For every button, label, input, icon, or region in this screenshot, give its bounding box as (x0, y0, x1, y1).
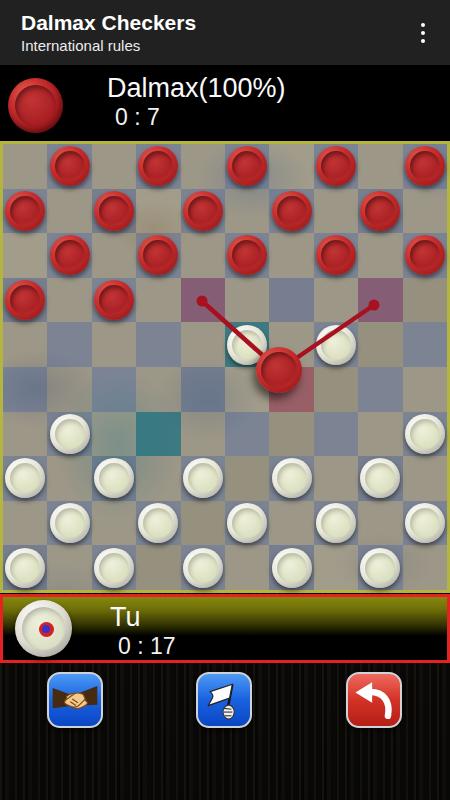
board-cell (181, 501, 225, 546)
player-clock-top: 0 : 7 (107, 104, 286, 131)
board-cell (314, 545, 358, 590)
white-piece[interactable] (405, 414, 445, 454)
board-cell[interactable] (181, 456, 225, 501)
board-cell (92, 412, 136, 457)
board-cell (136, 367, 180, 412)
board-cell (181, 144, 225, 189)
board-cell (314, 278, 358, 323)
player-name-bottom: Tu (110, 602, 176, 633)
board-cell[interactable] (225, 144, 269, 189)
white-flag-icon (198, 674, 250, 726)
board-cell (92, 322, 136, 367)
red-piece[interactable] (94, 191, 134, 231)
board-cell[interactable] (47, 233, 91, 278)
board-cell[interactable] (136, 233, 180, 278)
board-cell[interactable] (314, 144, 358, 189)
board-cell (3, 412, 47, 457)
white-piece[interactable] (360, 458, 400, 498)
white-piece[interactable] (183, 458, 223, 498)
white-piece[interactable] (316, 325, 356, 365)
board-cell (358, 501, 402, 546)
resign-button[interactable] (196, 672, 252, 728)
red-piece[interactable] (360, 191, 400, 231)
board-cell[interactable] (3, 278, 47, 323)
board-cell[interactable] (269, 545, 313, 590)
red-piece[interactable] (5, 191, 45, 231)
red-piece[interactable] (5, 280, 45, 320)
board-cell (3, 233, 47, 278)
board-cell[interactable] (358, 189, 402, 234)
undo-arrow-icon (348, 674, 400, 726)
red-player-icon (8, 78, 63, 133)
board-cell (225, 278, 269, 323)
red-piece[interactable] (183, 191, 223, 231)
board-cell (136, 278, 180, 323)
board-cell (225, 545, 269, 590)
moving-red-piece[interactable] (256, 347, 302, 393)
board-cell[interactable] (181, 189, 225, 234)
white-piece[interactable] (5, 548, 45, 588)
player-name-top: Dalmax(100%) (107, 73, 286, 104)
board-cell (47, 189, 91, 234)
board-cell (269, 144, 313, 189)
checkers-board (0, 141, 450, 593)
handshake-icon (49, 674, 101, 726)
board-cell (3, 501, 47, 546)
red-piece[interactable] (316, 235, 356, 275)
white-piece[interactable] (50, 503, 90, 543)
board-cell[interactable] (136, 144, 180, 189)
board-cell[interactable] (136, 501, 180, 546)
red-piece[interactable] (272, 191, 312, 231)
board-cell (3, 144, 47, 189)
board-cell[interactable] (225, 501, 269, 546)
white-piece[interactable] (272, 548, 312, 588)
board-cell[interactable] (47, 144, 91, 189)
board-cell (47, 545, 91, 590)
board-cell[interactable] (358, 545, 402, 590)
white-piece[interactable] (94, 458, 134, 498)
white-piece[interactable] (316, 503, 356, 543)
white-piece[interactable] (138, 503, 178, 543)
board-cell (314, 189, 358, 234)
board-cell[interactable] (314, 412, 358, 457)
board-cell[interactable] (3, 189, 47, 234)
board-cell[interactable] (3, 367, 47, 412)
board-cell (269, 501, 313, 546)
board-cell[interactable] (3, 545, 47, 590)
app-title: Dalmax Checkers (21, 10, 196, 36)
board-cell[interactable] (403, 144, 447, 189)
board-cell[interactable] (47, 322, 91, 367)
board-cell (92, 233, 136, 278)
board-cell[interactable] (403, 233, 447, 278)
board-cell (403, 367, 447, 412)
board-cell (269, 412, 313, 457)
white-piece[interactable] (405, 503, 445, 543)
board-cell[interactable] (225, 412, 269, 457)
board-cell (403, 456, 447, 501)
white-piece[interactable] (183, 548, 223, 588)
board-cell (92, 144, 136, 189)
board-cell[interactable] (92, 189, 136, 234)
board-cell (269, 233, 313, 278)
board-cell[interactable] (92, 367, 136, 412)
board-cell (181, 322, 225, 367)
board-cell (136, 456, 180, 501)
overflow-menu-icon[interactable] (414, 14, 432, 52)
board-cell (47, 367, 91, 412)
board-cell[interactable] (403, 412, 447, 457)
board-cell[interactable] (47, 412, 91, 457)
board-cell[interactable] (358, 456, 402, 501)
board-cell (47, 278, 91, 323)
board-cell (358, 233, 402, 278)
board-cell (136, 545, 180, 590)
board-cell (358, 144, 402, 189)
board-cell[interactable] (358, 367, 402, 412)
white-piece[interactable] (50, 414, 90, 454)
red-piece[interactable] (138, 146, 178, 186)
board-cell[interactable] (403, 322, 447, 367)
player-bar-top: Dalmax(100%) 0 : 7 (0, 65, 450, 141)
app-subtitle: International rules (21, 36, 196, 55)
board-cell (47, 456, 91, 501)
red-piece[interactable] (50, 146, 90, 186)
turn-marker-icon (39, 622, 54, 637)
board-cell (403, 545, 447, 590)
white-piece[interactable] (227, 503, 267, 543)
red-piece[interactable] (405, 146, 445, 186)
red-piece[interactable] (138, 235, 178, 275)
red-piece[interactable] (227, 146, 267, 186)
white-piece[interactable] (360, 548, 400, 588)
board-cell[interactable] (314, 322, 358, 367)
board-cell[interactable] (269, 189, 313, 234)
board-grid (3, 144, 447, 590)
board-cell[interactable] (358, 278, 402, 323)
board-cell[interactable] (181, 545, 225, 590)
board-cell[interactable] (136, 322, 180, 367)
player-info-bottom: Tu 0 : 17 (110, 602, 176, 660)
board-cell[interactable] (92, 545, 136, 590)
board-cell (314, 456, 358, 501)
player-info-top: Dalmax(100%) 0 : 7 (107, 73, 286, 131)
board-cell[interactable] (225, 233, 269, 278)
draw-offer-button[interactable] (47, 672, 103, 728)
board-cell (314, 367, 358, 412)
board-cell (181, 412, 225, 457)
board-cell[interactable] (181, 278, 225, 323)
board-cell[interactable] (403, 501, 447, 546)
board-cell (136, 189, 180, 234)
board-cell[interactable] (314, 233, 358, 278)
board-cell (181, 233, 225, 278)
white-player-icon (15, 600, 72, 657)
red-piece[interactable] (316, 146, 356, 186)
action-bar: Dalmax Checkers International rules (0, 0, 450, 65)
white-piece[interactable] (94, 548, 134, 588)
board-cell (358, 412, 402, 457)
player-clock-bottom: 0 : 17 (110, 633, 176, 660)
board-cell[interactable] (3, 456, 47, 501)
board-cell (92, 501, 136, 546)
board-cell (403, 278, 447, 323)
board-cell (225, 189, 269, 234)
red-piece[interactable] (94, 280, 134, 320)
board-cell (3, 322, 47, 367)
board-cell[interactable] (269, 456, 313, 501)
red-piece[interactable] (50, 235, 90, 275)
board-cell (358, 322, 402, 367)
undo-button[interactable] (346, 672, 402, 728)
player-bar-bottom: Tu 0 : 17 (0, 594, 450, 663)
board-cell[interactable] (314, 501, 358, 546)
board-cell[interactable] (269, 278, 313, 323)
red-piece[interactable] (227, 235, 267, 275)
title-block: Dalmax Checkers International rules (0, 10, 196, 55)
board-cell[interactable] (92, 456, 136, 501)
board-cell (403, 189, 447, 234)
board-cell[interactable] (136, 412, 180, 457)
red-piece[interactable] (405, 235, 445, 275)
board-cell[interactable] (47, 501, 91, 546)
board-cell (225, 456, 269, 501)
board-cell[interactable] (92, 278, 136, 323)
white-piece[interactable] (5, 458, 45, 498)
board-cell[interactable] (181, 367, 225, 412)
white-piece[interactable] (272, 458, 312, 498)
